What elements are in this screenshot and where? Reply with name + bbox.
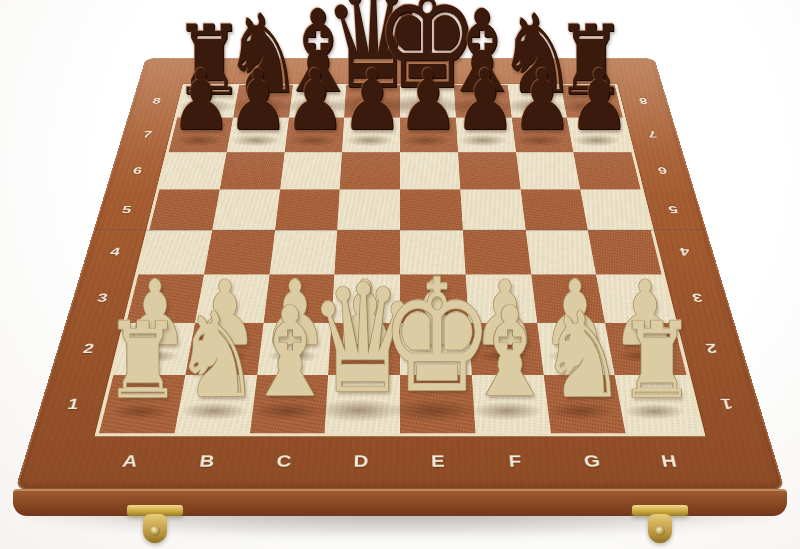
- black-pawn-glyph: ♟: [284, 58, 346, 142]
- pieces-layer: ♜♞♝♛♚♝♞♜♟♟♟♟♟♟♟♟♟♟♟♟♟♟♟♟♜♞♝♛♚♝♞♜: [0, 0, 800, 549]
- black-pawn-glyph: ♟: [171, 58, 233, 142]
- black-pawn-glyph: ♟: [397, 58, 459, 142]
- white-knight-glyph: ♞: [540, 296, 627, 414]
- black-pawn-glyph: ♟: [511, 58, 573, 142]
- black-pawn-glyph: ♟: [227, 58, 289, 142]
- black-pawn-glyph: ♟: [454, 58, 516, 142]
- chess-set-photo: AABBCCDDEEFFGGHH1122334455667788 ♜♞♝♛♚♝♞…: [0, 0, 800, 549]
- black-pawn-glyph: ♟: [568, 58, 630, 142]
- white-rook-glyph: ♜: [618, 309, 695, 414]
- black-pawn-glyph: ♟: [341, 58, 403, 142]
- white-rook-glyph: ♜: [104, 309, 181, 414]
